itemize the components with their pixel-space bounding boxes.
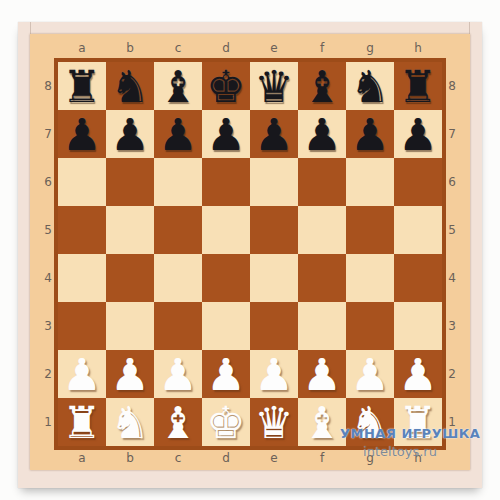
white-pawn: ♟ bbox=[346, 350, 394, 398]
white-pawn: ♟ bbox=[154, 350, 202, 398]
square-d6[interactable] bbox=[202, 158, 250, 206]
square-b8[interactable]: ♞ bbox=[106, 62, 154, 110]
square-c3[interactable] bbox=[154, 302, 202, 350]
square-d3[interactable] bbox=[202, 302, 250, 350]
square-b1[interactable]: ♞ bbox=[106, 398, 154, 446]
white-pawn: ♟ bbox=[58, 350, 106, 398]
file-label-e: e bbox=[250, 449, 298, 467]
square-g2[interactable]: ♟ bbox=[346, 350, 394, 398]
square-f2[interactable]: ♟ bbox=[298, 350, 346, 398]
square-f4[interactable] bbox=[298, 254, 346, 302]
square-g3[interactable] bbox=[346, 302, 394, 350]
square-e6[interactable] bbox=[250, 158, 298, 206]
square-e3[interactable] bbox=[250, 302, 298, 350]
watermark-url: inteltoys.ru bbox=[340, 444, 460, 459]
file-label-b: b bbox=[106, 449, 154, 467]
file-label-b: b bbox=[106, 39, 154, 57]
white-pawn: ♟ bbox=[250, 350, 298, 398]
black-pawn: ♟ bbox=[202, 110, 250, 158]
file-label-e: e bbox=[250, 39, 298, 57]
file-label-h: h bbox=[394, 39, 442, 57]
grid-border: ♜♞♝♚♛♝♞♜♟♟♟♟♟♟♟♟♟♟♟♟♟♟♟♟♜♞♝♚♛♝♞♜ bbox=[54, 58, 446, 450]
square-g8[interactable]: ♞ bbox=[346, 62, 394, 110]
square-e4[interactable] bbox=[250, 254, 298, 302]
square-b2[interactable]: ♟ bbox=[106, 350, 154, 398]
square-g6[interactable] bbox=[346, 158, 394, 206]
file-label-d: d bbox=[202, 39, 250, 57]
white-queen: ♛ bbox=[250, 398, 298, 446]
square-h7[interactable]: ♟ bbox=[394, 110, 442, 158]
square-e5[interactable] bbox=[250, 206, 298, 254]
square-h8[interactable]: ♜ bbox=[394, 62, 442, 110]
black-rook: ♜ bbox=[58, 62, 106, 110]
square-a3[interactable] bbox=[58, 302, 106, 350]
square-h4[interactable] bbox=[394, 254, 442, 302]
file-label-a: a bbox=[58, 449, 106, 467]
square-e1[interactable]: ♛ bbox=[250, 398, 298, 446]
black-queen: ♛ bbox=[250, 62, 298, 110]
white-pawn: ♟ bbox=[394, 350, 442, 398]
square-f1[interactable]: ♝ bbox=[298, 398, 346, 446]
file-label-a: a bbox=[58, 39, 106, 57]
square-d5[interactable] bbox=[202, 206, 250, 254]
chess-grid: ♜♞♝♚♛♝♞♜♟♟♟♟♟♟♟♟♟♟♟♟♟♟♟♟♜♞♝♚♛♝♞♜ bbox=[58, 62, 442, 446]
file-label-c: c bbox=[154, 449, 202, 467]
square-a5[interactable] bbox=[58, 206, 106, 254]
square-c5[interactable] bbox=[154, 206, 202, 254]
black-pawn: ♟ bbox=[346, 110, 394, 158]
black-rook: ♜ bbox=[394, 62, 442, 110]
file-label-c: c bbox=[154, 39, 202, 57]
square-f7[interactable]: ♟ bbox=[298, 110, 346, 158]
square-c4[interactable] bbox=[154, 254, 202, 302]
file-label-g: g bbox=[346, 39, 394, 57]
square-d2[interactable]: ♟ bbox=[202, 350, 250, 398]
file-label-f: f bbox=[298, 39, 346, 57]
square-a6[interactable] bbox=[58, 158, 106, 206]
square-f3[interactable] bbox=[298, 302, 346, 350]
white-pawn: ♟ bbox=[106, 350, 154, 398]
square-b5[interactable] bbox=[106, 206, 154, 254]
square-d7[interactable]: ♟ bbox=[202, 110, 250, 158]
file-label-f: f bbox=[298, 449, 346, 467]
square-e7[interactable]: ♟ bbox=[250, 110, 298, 158]
square-a7[interactable]: ♟ bbox=[58, 110, 106, 158]
demo-chess-board: abcdefgh abcdefgh 87654321 87654321 ♜♞♝♚… bbox=[30, 34, 470, 470]
square-g4[interactable] bbox=[346, 254, 394, 302]
square-e8[interactable]: ♛ bbox=[250, 62, 298, 110]
square-c8[interactable]: ♝ bbox=[154, 62, 202, 110]
square-f6[interactable] bbox=[298, 158, 346, 206]
black-pawn: ♟ bbox=[394, 110, 442, 158]
square-f5[interactable] bbox=[298, 206, 346, 254]
square-g5[interactable] bbox=[346, 206, 394, 254]
square-c6[interactable] bbox=[154, 158, 202, 206]
white-pawn: ♟ bbox=[202, 350, 250, 398]
black-knight: ♞ bbox=[106, 62, 154, 110]
square-g7[interactable]: ♟ bbox=[346, 110, 394, 158]
black-king: ♚ bbox=[202, 62, 250, 110]
wooden-board-frame: abcdefgh abcdefgh 87654321 87654321 ♜♞♝♚… bbox=[18, 22, 482, 488]
white-bishop: ♝ bbox=[154, 398, 202, 446]
square-d8[interactable]: ♚ bbox=[202, 62, 250, 110]
square-b4[interactable] bbox=[106, 254, 154, 302]
file-label-d: d bbox=[202, 449, 250, 467]
square-b7[interactable]: ♟ bbox=[106, 110, 154, 158]
black-pawn: ♟ bbox=[250, 110, 298, 158]
square-c1[interactable]: ♝ bbox=[154, 398, 202, 446]
watermark-brand: УМНАЯ ИГРУШКА bbox=[340, 426, 460, 441]
white-king: ♚ bbox=[202, 398, 250, 446]
black-pawn: ♟ bbox=[106, 110, 154, 158]
black-pawn: ♟ bbox=[154, 110, 202, 158]
square-f8[interactable]: ♝ bbox=[298, 62, 346, 110]
square-c7[interactable]: ♟ bbox=[154, 110, 202, 158]
product-photo: abcdefgh abcdefgh 87654321 87654321 ♜♞♝♚… bbox=[0, 0, 500, 500]
black-pawn: ♟ bbox=[298, 110, 346, 158]
square-a2[interactable]: ♟ bbox=[58, 350, 106, 398]
file-labels-top: abcdefgh bbox=[58, 39, 442, 57]
square-h5[interactable] bbox=[394, 206, 442, 254]
square-h3[interactable] bbox=[394, 302, 442, 350]
white-pawn: ♟ bbox=[298, 350, 346, 398]
square-d1[interactable]: ♚ bbox=[202, 398, 250, 446]
square-d4[interactable] bbox=[202, 254, 250, 302]
square-b3[interactable] bbox=[106, 302, 154, 350]
square-a8[interactable]: ♜ bbox=[58, 62, 106, 110]
square-a1[interactable]: ♜ bbox=[58, 398, 106, 446]
square-e2[interactable]: ♟ bbox=[250, 350, 298, 398]
square-b6[interactable] bbox=[106, 158, 154, 206]
black-bishop: ♝ bbox=[298, 62, 346, 110]
white-bishop: ♝ bbox=[298, 398, 346, 446]
white-knight: ♞ bbox=[106, 398, 154, 446]
square-h6[interactable] bbox=[394, 158, 442, 206]
black-knight: ♞ bbox=[346, 62, 394, 110]
square-h2[interactable]: ♟ bbox=[394, 350, 442, 398]
black-bishop: ♝ bbox=[154, 62, 202, 110]
square-c2[interactable]: ♟ bbox=[154, 350, 202, 398]
black-pawn: ♟ bbox=[58, 110, 106, 158]
square-a4[interactable] bbox=[58, 254, 106, 302]
white-rook: ♜ bbox=[58, 398, 106, 446]
